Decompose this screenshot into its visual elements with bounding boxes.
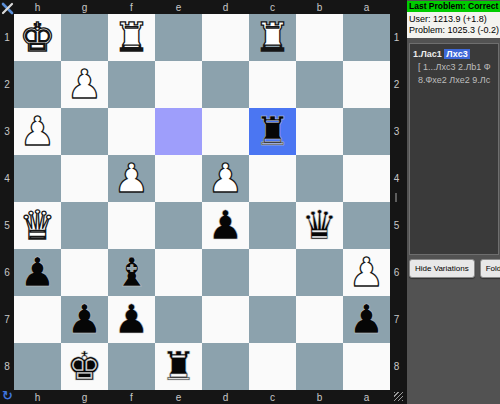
square-a2[interactable]	[343, 61, 390, 108]
square-e1[interactable]	[155, 14, 202, 61]
file-label-h: h	[14, 0, 61, 14]
problem-rating: Problem: 1025.3 (-0.2)	[409, 25, 500, 36]
main-move-line: 1.Лac1 Лxc3	[413, 48, 498, 60]
rank-label-7: 7	[390, 296, 403, 343]
square-d6[interactable]	[202, 249, 249, 296]
square-f4[interactable]: ♟	[108, 155, 155, 202]
rank-labels-right: 12345678	[390, 14, 403, 390]
file-labels-top: hgfedcba	[14, 0, 390, 14]
square-g4[interactable]	[61, 155, 108, 202]
sidebar-buttons: Hide Variations Fold	[409, 259, 500, 278]
rank-label-2: 2	[390, 61, 403, 108]
board-size-handle[interactable]	[395, 193, 397, 202]
square-e3[interactable]	[155, 108, 202, 155]
file-label-g: g	[61, 0, 108, 14]
rank-label-8: 8	[390, 343, 403, 390]
rank-label-7: 7	[0, 296, 14, 343]
piece-wP[interactable]: ♟	[14, 108, 61, 155]
square-h1[interactable]: ♚	[14, 14, 61, 61]
rank-label-5: 5	[390, 202, 403, 249]
square-e2[interactable]	[155, 61, 202, 108]
move-selected[interactable]: Лxc3	[444, 49, 469, 59]
square-h4[interactable]	[14, 155, 61, 202]
piece-wR[interactable]: ♜	[249, 14, 296, 61]
hide-variations-button[interactable]: Hide Variations	[409, 259, 475, 278]
square-c6[interactable]	[249, 249, 296, 296]
square-c7[interactable]	[249, 296, 296, 343]
piece-bP[interactable]: ♟	[343, 296, 390, 343]
square-d1[interactable]	[202, 14, 249, 61]
piece-bK[interactable]: ♚	[61, 343, 108, 390]
square-g5[interactable]	[61, 202, 108, 249]
square-g6[interactable]	[61, 249, 108, 296]
piece-wK[interactable]: ♚	[14, 14, 61, 61]
square-b4[interactable]	[296, 155, 343, 202]
piece-wP[interactable]: ♟	[343, 249, 390, 296]
rating-stats: User: 1213.9 (+1.8) Problem: 1025.3 (-0.…	[407, 12, 500, 38]
rank-label-5: 5	[0, 202, 14, 249]
square-b5[interactable]: ♛	[296, 202, 343, 249]
piece-bQ[interactable]: ♛	[296, 202, 343, 249]
file-label-c: c	[249, 390, 296, 404]
square-f3[interactable]	[108, 108, 155, 155]
square-c4[interactable]	[249, 155, 296, 202]
flip-board-icon[interactable]: ↻	[1, 389, 14, 403]
square-c1[interactable]: ♜	[249, 14, 296, 61]
square-f2[interactable]	[108, 61, 155, 108]
rank-label-1: 1	[390, 14, 403, 61]
rank-label-1: 1	[0, 14, 14, 61]
square-d7[interactable]	[202, 296, 249, 343]
rank-labels-left: 12345678	[0, 14, 14, 390]
file-label-d: d	[202, 0, 249, 14]
piece-bB[interactable]: ♝	[108, 249, 155, 296]
chess-board-area: hgfedcba 12345678 ♚♜♜♟♟♜♟♟♛♟♛♟♝♟♟♟♟♚♜ 12…	[0, 0, 407, 404]
square-g1[interactable]	[61, 14, 108, 61]
piece-bP[interactable]: ♟	[108, 296, 155, 343]
square-b3[interactable]	[296, 108, 343, 155]
square-h3[interactable]: ♟	[14, 108, 61, 155]
square-b8[interactable]	[296, 343, 343, 390]
move-white[interactable]: 1.Лac1	[413, 49, 442, 59]
square-d3[interactable]	[202, 108, 249, 155]
square-a7[interactable]: ♟	[343, 296, 390, 343]
piece-bP[interactable]: ♟	[14, 249, 61, 296]
file-label-d: d	[202, 390, 249, 404]
last-problem-status-banner: Last Problem: Correct	[407, 1, 500, 12]
move-list-panel: 1.Лac1 Лxc3 [ 1...Лxc3 2.Лb1 Ф 8.Фxe2 Лx…	[409, 43, 499, 255]
square-a1[interactable]	[343, 14, 390, 61]
file-label-e: e	[155, 0, 202, 14]
file-label-c: c	[249, 0, 296, 14]
file-label-g: g	[61, 390, 108, 404]
square-c8[interactable]	[249, 343, 296, 390]
piece-wR[interactable]: ♜	[108, 14, 155, 61]
rank-label-8: 8	[0, 343, 14, 390]
resize-grip-icon[interactable]	[394, 392, 403, 401]
square-b6[interactable]	[296, 249, 343, 296]
square-e5[interactable]	[155, 202, 202, 249]
rank-label-3: 3	[0, 108, 14, 155]
board: ♚♜♜♟♟♜♟♟♛♟♛♟♝♟♟♟♟♚♜	[14, 14, 390, 390]
square-g2[interactable]: ♟	[61, 61, 108, 108]
square-c2[interactable]	[249, 61, 296, 108]
piece-wP[interactable]: ♟	[202, 155, 249, 202]
rank-label-3: 3	[390, 108, 403, 155]
piece-wP[interactable]: ♟	[61, 61, 108, 108]
square-f8[interactable]	[108, 343, 155, 390]
square-b2[interactable]	[296, 61, 343, 108]
fold-button[interactable]: Fold	[480, 259, 500, 278]
file-label-b: b	[296, 390, 343, 404]
square-a6[interactable]: ♟	[343, 249, 390, 296]
square-h7[interactable]	[14, 296, 61, 343]
square-a8[interactable]	[343, 343, 390, 390]
square-c5[interactable]	[249, 202, 296, 249]
square-c3[interactable]: ♜	[249, 108, 296, 155]
piece-bP[interactable]: ♟	[61, 296, 108, 343]
file-label-a: a	[343, 0, 390, 14]
rank-label-2: 2	[0, 61, 14, 108]
square-f6[interactable]: ♝	[108, 249, 155, 296]
square-f7[interactable]: ♟	[108, 296, 155, 343]
square-g7[interactable]: ♟	[61, 296, 108, 343]
piece-wP[interactable]: ♟	[108, 155, 155, 202]
variation-line[interactable]: 8.Фxe2 Лxe2 9.Лc	[413, 74, 498, 86]
board-settings-icon[interactable]	[1, 1, 14, 14]
rank-label-6: 6	[390, 249, 403, 296]
square-a4[interactable]	[343, 155, 390, 202]
square-g8[interactable]: ♚	[61, 343, 108, 390]
file-label-b: b	[296, 0, 343, 14]
rank-label-4: 4	[0, 155, 14, 202]
file-labels-bottom: hgfedcba	[14, 390, 390, 404]
square-h5[interactable]: ♛	[14, 202, 61, 249]
piece-wQ[interactable]: ♛	[14, 202, 61, 249]
file-label-f: f	[108, 390, 155, 404]
file-label-a: a	[343, 390, 390, 404]
square-f1[interactable]: ♜	[108, 14, 155, 61]
file-label-h: h	[14, 390, 61, 404]
piece-bP[interactable]: ♟	[202, 202, 249, 249]
square-d8[interactable]	[202, 343, 249, 390]
square-d4[interactable]: ♟	[202, 155, 249, 202]
square-e4[interactable]	[155, 155, 202, 202]
square-a5[interactable]	[343, 202, 390, 249]
square-e8[interactable]: ♜	[155, 343, 202, 390]
variation-line[interactable]: [ 1...Лxc3 2.Лb1 Ф	[413, 61, 498, 73]
square-e7[interactable]	[155, 296, 202, 343]
app-window: hgfedcba 12345678 ♚♜♜♟♟♜♟♟♛♟♛♟♝♟♟♟♟♚♜ 12…	[0, 0, 500, 404]
square-d2[interactable]	[202, 61, 249, 108]
square-h8[interactable]	[14, 343, 61, 390]
square-h6[interactable]: ♟	[14, 249, 61, 296]
square-b7[interactable]	[296, 296, 343, 343]
square-f5[interactable]	[108, 202, 155, 249]
square-g3[interactable]	[61, 108, 108, 155]
user-rating: User: 1213.9 (+1.8)	[409, 14, 500, 25]
sidebar: Last Problem: Correct User: 1213.9 (+1.8…	[407, 0, 500, 404]
square-d5[interactable]: ♟	[202, 202, 249, 249]
file-label-f: f	[108, 0, 155, 14]
file-label-e: e	[155, 390, 202, 404]
square-h2[interactable]	[14, 61, 61, 108]
square-e6[interactable]	[155, 249, 202, 296]
square-a3[interactable]	[343, 108, 390, 155]
piece-bR[interactable]: ♜	[249, 108, 296, 155]
rank-label-6: 6	[0, 249, 14, 296]
square-b1[interactable]	[296, 14, 343, 61]
piece-bR[interactable]: ♜	[155, 343, 202, 390]
